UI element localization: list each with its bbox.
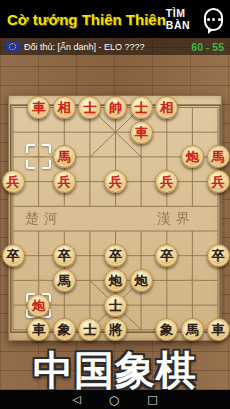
piece-red-horse[interactable]: 馬 xyxy=(207,145,230,168)
piece-red-soldier[interactable]: 兵 xyxy=(207,170,230,193)
piece-red-elephant[interactable]: 相 xyxy=(53,96,76,119)
piece-red-soldier[interactable]: 兵 xyxy=(53,170,76,193)
header-bar: Cờ tướng Thiên Thiên TÌM BÀN xyxy=(0,0,230,38)
piece-black-cannon[interactable]: 炮 xyxy=(130,269,153,292)
app-screen: Cờ tướng Thiên Thiên TÌM BÀN Đối thủ: [Ẩ… xyxy=(0,0,230,409)
piece-black-chariot[interactable]: 車 xyxy=(27,318,50,341)
chat-dot xyxy=(218,18,221,21)
piece-red-elephant[interactable]: 相 xyxy=(155,96,178,119)
android-nav-bar: ◁ ○ □ xyxy=(0,390,230,409)
nav-home-icon[interactable]: ○ xyxy=(109,394,119,406)
piece-black-soldier[interactable]: 卒 xyxy=(53,244,76,267)
piece-red-advisor[interactable]: 士 xyxy=(130,96,153,119)
piece-red-cannon[interactable]: 炮 xyxy=(181,145,204,168)
chat-dot xyxy=(207,18,210,21)
nav-recents-icon[interactable]: □ xyxy=(147,394,157,405)
app-title: Cờ tướng Thiên Thiên xyxy=(7,11,166,28)
piece-red-chariot[interactable]: 車 xyxy=(130,121,153,144)
piece-black-soldier[interactable]: 卒 xyxy=(2,244,25,267)
piece-red-soldier[interactable]: 兵 xyxy=(2,170,25,193)
piece-black-soldier[interactable]: 卒 xyxy=(155,244,178,267)
piece-black-soldier[interactable]: 卒 xyxy=(104,244,127,267)
piece-black-general[interactable]: 將 xyxy=(104,318,127,341)
piece-red-horse[interactable]: 馬 xyxy=(53,145,76,168)
piece-red-general[interactable]: 帥 xyxy=(104,96,127,119)
nav-back-icon[interactable]: ◁ xyxy=(72,394,80,405)
chat-dot xyxy=(212,18,215,21)
piece-black-advisor[interactable]: 士 xyxy=(104,294,127,317)
piece-red-cannon[interactable]: 炮 xyxy=(27,294,50,317)
board-pieces: 車相士帥士相車馬炮馬兵兵兵兵兵炮卒卒卒卒卒馬炮炮士車象士將象馬車 xyxy=(9,96,221,340)
piece-black-cannon[interactable]: 炮 xyxy=(104,269,127,292)
piece-black-horse[interactable]: 馬 xyxy=(181,318,204,341)
piece-red-advisor[interactable]: 士 xyxy=(78,96,101,119)
opponent-status-bar: Đối thủ: [Ẩn danh] - ELO ???? 60 - 55 xyxy=(0,38,230,55)
piece-black-elephant[interactable]: 象 xyxy=(155,318,178,341)
xiangqi-board[interactable]: 楚河 漢界 車相士帥士相車馬炮馬兵兵兵兵兵炮卒卒卒卒卒馬炮炮士車象士將象馬車 xyxy=(8,95,222,341)
piece-black-soldier[interactable]: 卒 xyxy=(207,244,230,267)
piece-black-advisor[interactable]: 士 xyxy=(78,318,101,341)
score-badge: 60 - 55 xyxy=(191,41,224,53)
piece-black-elephant[interactable]: 象 xyxy=(53,318,76,341)
eu-flag-icon xyxy=(6,42,19,51)
piece-red-soldier[interactable]: 兵 xyxy=(104,170,127,193)
piece-black-horse[interactable]: 馬 xyxy=(53,269,76,292)
piece-red-chariot[interactable]: 車 xyxy=(27,96,50,119)
piece-black-chariot[interactable]: 車 xyxy=(207,318,230,341)
find-table-button[interactable]: TÌM BÀN xyxy=(166,7,194,31)
opponent-info: Đối thủ: [Ẩn danh] - ELO ???? xyxy=(24,42,191,52)
chat-bubble-icon[interactable] xyxy=(204,8,223,31)
piece-red-soldier[interactable]: 兵 xyxy=(155,170,178,193)
